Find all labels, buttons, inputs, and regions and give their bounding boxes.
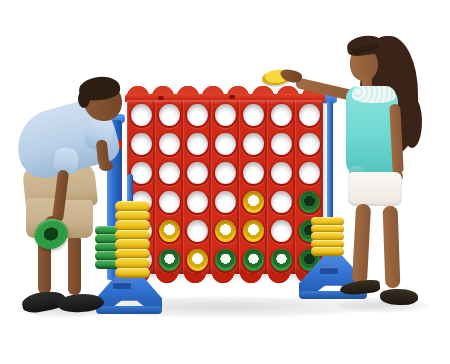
- hole-ring: [129, 131, 154, 157]
- cell-r6-c3: [183, 245, 211, 274]
- hole-ring: [241, 102, 266, 128]
- cell-r4-c3: [183, 187, 211, 216]
- hole-ring: [269, 102, 294, 128]
- empty-slot: [215, 133, 236, 155]
- cell-r1-c1: [127, 100, 155, 129]
- cell-r1-c5: [239, 100, 267, 129]
- yellow-ring: [115, 201, 150, 212]
- board-bottom-scallop: [125, 273, 325, 285]
- hole-ring: [157, 160, 182, 186]
- left-foot-base: [96, 306, 162, 314]
- hole-ring: [157, 131, 182, 157]
- yellow-disc: [187, 249, 208, 271]
- right-yellow-stack: [311, 218, 344, 256]
- cell-r6-c2: [155, 245, 183, 274]
- empty-slot: [187, 191, 208, 213]
- connect-four-grid: [127, 100, 323, 274]
- yellow-ring: [115, 268, 150, 279]
- hole-ring: [269, 131, 294, 157]
- cell-r6-c5: [239, 245, 267, 274]
- cell-r1-c6: [267, 100, 295, 129]
- girl-shorts: [348, 172, 402, 206]
- empty-slot: [159, 104, 180, 126]
- yellow-ring: [115, 220, 150, 231]
- cell-r5-c2: [155, 216, 183, 245]
- giant-connect-four-photo-scene: [0, 0, 450, 364]
- cell-r3-c3: [183, 158, 211, 187]
- cell-r4-c5: [239, 187, 267, 216]
- hole-ring: [241, 247, 266, 273]
- yellow-disc: [243, 191, 264, 213]
- hole-ring: [185, 102, 210, 128]
- left-foot-plaque: [113, 282, 131, 289]
- hole-ring: [157, 189, 182, 215]
- cell-r6-c4: [211, 245, 239, 274]
- empty-slot: [299, 162, 320, 184]
- empty-slot: [131, 162, 152, 184]
- cell-r2-c6: [267, 129, 295, 158]
- hole-ring: [185, 189, 210, 215]
- empty-slot: [159, 133, 180, 155]
- boy-hair-side: [78, 90, 90, 108]
- hole-ring: [241, 189, 266, 215]
- cell-r1-c7: [295, 100, 323, 129]
- yellow-ring: [115, 258, 150, 269]
- girl-leg-back: [383, 206, 401, 288]
- cell-r3-c7: [295, 158, 323, 187]
- empty-slot: [187, 104, 208, 126]
- yellow-disc: [215, 220, 236, 242]
- hole-ring: [185, 218, 210, 244]
- hole-ring: [157, 247, 182, 273]
- cell-r5-c4: [211, 216, 239, 245]
- cell-r5-c3: [183, 216, 211, 245]
- boy-leg-right: [68, 234, 81, 295]
- green-disc: [299, 191, 320, 213]
- cell-r1-c4: [211, 100, 239, 129]
- hole-ring: [213, 189, 238, 215]
- cell-r2-c4: [211, 129, 239, 158]
- green-disc: [215, 249, 236, 271]
- hole-ring: [297, 160, 322, 186]
- hole-ring: [269, 247, 294, 273]
- cell-r4-c6: [267, 187, 295, 216]
- cell-r2-c2: [155, 129, 183, 158]
- cell-r4-c2: [155, 187, 183, 216]
- empty-slot: [159, 162, 180, 184]
- hole-ring: [213, 247, 238, 273]
- yellow-disc: [159, 220, 180, 242]
- empty-slot: [187, 220, 208, 242]
- hole-ring: [241, 131, 266, 157]
- hole-ring: [157, 218, 182, 244]
- hole-ring: [269, 218, 294, 244]
- green-disc: [243, 249, 264, 271]
- cell-r2-c1: [127, 129, 155, 158]
- hole-ring: [185, 131, 210, 157]
- empty-slot: [215, 162, 236, 184]
- hole-ring: [269, 189, 294, 215]
- hole-ring: [241, 218, 266, 244]
- hole-ring: [213, 102, 238, 128]
- hole-ring: [129, 102, 154, 128]
- hole-ring: [157, 102, 182, 128]
- cell-r3-c6: [267, 158, 295, 187]
- cell-r4-c4: [211, 187, 239, 216]
- hole-ring: [297, 102, 322, 128]
- cell-r1-c2: [155, 100, 183, 129]
- hole-ring: [213, 160, 238, 186]
- girl-leg-front: [352, 204, 371, 285]
- cell-r3-c2: [155, 158, 183, 187]
- green-disc: [159, 249, 180, 271]
- cell-r4-c7: [295, 187, 323, 216]
- cell-r2-c3: [183, 129, 211, 158]
- cell-r5-c6: [267, 216, 295, 245]
- girl-lace-yoke: [352, 86, 396, 103]
- empty-slot: [131, 133, 152, 155]
- hole-ring: [241, 160, 266, 186]
- right-foot-plaque: [320, 267, 338, 274]
- cell-r2-c5: [239, 129, 267, 158]
- empty-slot: [159, 191, 180, 213]
- empty-slot: [131, 104, 152, 126]
- empty-slot: [271, 133, 292, 155]
- left-yellow-stack: [115, 202, 150, 278]
- empty-slot: [299, 104, 320, 126]
- empty-slot: [187, 162, 208, 184]
- yellow-disc: [243, 220, 264, 242]
- empty-slot: [215, 104, 236, 126]
- hole-ring: [213, 218, 238, 244]
- hole-ring: [297, 131, 322, 157]
- empty-slot: [299, 133, 320, 155]
- empty-slot: [271, 191, 292, 213]
- cell-r3-c5: [239, 158, 267, 187]
- green-disc: [271, 249, 292, 271]
- empty-slot: [243, 162, 264, 184]
- cell-r6-c6: [267, 245, 295, 274]
- hole-ring: [185, 247, 210, 273]
- yellow-ring: [115, 239, 150, 250]
- cell-r5-c5: [239, 216, 267, 245]
- girl-hair-curls: [402, 96, 422, 148]
- cell-r2-c7: [295, 129, 323, 158]
- hole-ring: [185, 160, 210, 186]
- hole-ring: [213, 131, 238, 157]
- cell-r3-c4: [211, 158, 239, 187]
- empty-slot: [271, 162, 292, 184]
- empty-slot: [215, 191, 236, 213]
- yellow-ring: [311, 247, 344, 256]
- empty-slot: [271, 104, 292, 126]
- board-top-hole-right: [229, 95, 235, 99]
- cell-r1-c3: [183, 100, 211, 129]
- hole-ring: [269, 160, 294, 186]
- empty-slot: [243, 104, 264, 126]
- girl-sandal-back: [380, 289, 418, 305]
- hole-ring: [297, 189, 322, 215]
- empty-slot: [243, 133, 264, 155]
- boy-hand-on-post: [99, 160, 113, 171]
- empty-slot: [187, 133, 208, 155]
- empty-slot: [271, 220, 292, 242]
